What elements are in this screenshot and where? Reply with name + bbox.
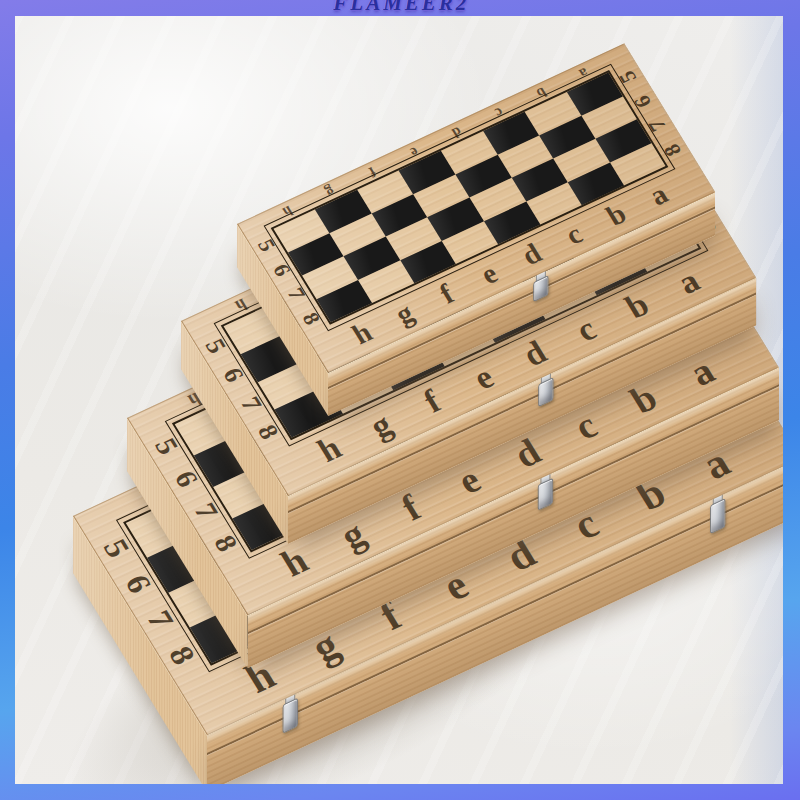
framed-product-image: hgfedcba 5678 5678 hgfedcba hgfedcba 567… — [0, 0, 800, 800]
watermark-text: FLAMEER2 — [333, 0, 469, 14]
product-photo: hgfedcba 5678 5678 hgfedcba hgfedcba 567… — [15, 16, 783, 784]
